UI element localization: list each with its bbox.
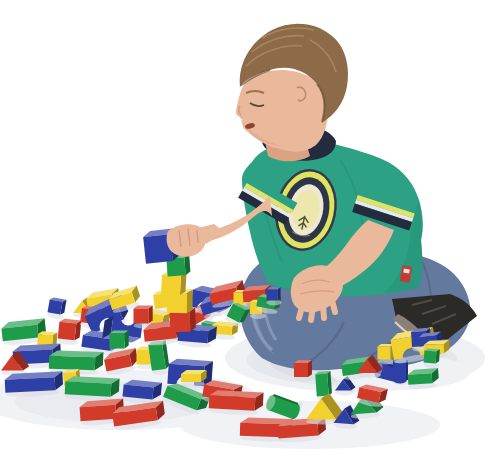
block-cube-blue <box>267 287 282 305</box>
block-cube-green <box>423 348 440 368</box>
block-cube-red <box>294 360 312 382</box>
block-brick-yellow <box>181 370 207 387</box>
scene-canvas <box>0 0 500 464</box>
block-cube-blue <box>47 297 67 320</box>
block-brick-green <box>64 376 119 402</box>
block-brick-red <box>208 390 263 416</box>
right-hand-gripping <box>167 224 224 257</box>
product-photo <box>0 0 500 464</box>
block-cube-red <box>57 318 81 345</box>
block-brick-green <box>148 340 171 376</box>
block-brick-blue <box>4 371 63 398</box>
block-brick-green <box>407 368 439 390</box>
face <box>236 70 328 152</box>
